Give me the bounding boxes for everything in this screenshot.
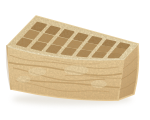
product-photo xyxy=(0,0,150,120)
brick-photo xyxy=(0,0,150,120)
